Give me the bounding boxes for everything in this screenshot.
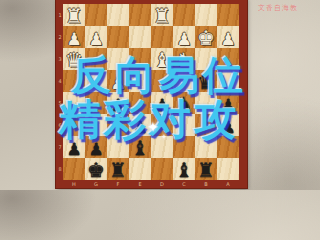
square-d8[interactable] <box>151 158 173 180</box>
file-label-e: e <box>129 181 151 187</box>
rank-label-1: 1 <box>57 12 63 18</box>
square-f8[interactable]: ♜ <box>107 158 129 180</box>
square-c2[interactable]: ♟ <box>173 26 195 48</box>
black-king[interactable]: ♚ <box>85 159 107 181</box>
white-pawn[interactable]: ♟ <box>85 27 107 49</box>
square-h1[interactable]: ♜ <box>63 4 85 26</box>
rank-label-8: 8 <box>57 166 63 172</box>
square-a1[interactable] <box>217 4 239 26</box>
square-c8[interactable]: ♝ <box>173 158 195 180</box>
square-g1[interactable] <box>85 4 107 26</box>
square-g8[interactable]: ♚ <box>85 158 107 180</box>
square-a2[interactable]: ♟ <box>217 26 239 48</box>
file-label-a: a <box>217 181 239 187</box>
black-rook[interactable]: ♜ <box>107 159 129 181</box>
white-rook[interactable]: ♜ <box>63 5 85 27</box>
file-label-b: b <box>195 181 217 187</box>
white-pawn[interactable]: ♟ <box>217 27 239 49</box>
square-b8[interactable]: ♜ <box>195 158 217 180</box>
file-label-d: d <box>151 181 173 187</box>
square-e2[interactable] <box>129 26 151 48</box>
square-b2[interactable]: ♚ <box>195 26 217 48</box>
watermark-text: 文香自海教 <box>258 3 298 13</box>
white-king[interactable]: ♚ <box>195 27 217 49</box>
sparkle-icon-small: ✦ <box>161 133 167 141</box>
file-label-c: c <box>173 181 195 187</box>
rank-label-2: 2 <box>57 34 63 40</box>
square-a8[interactable] <box>217 158 239 180</box>
rank-label-3: 3 <box>57 56 63 62</box>
square-d2[interactable] <box>151 26 173 48</box>
square-h8[interactable] <box>63 158 85 180</box>
white-pawn[interactable]: ♟ <box>63 27 85 49</box>
square-f1[interactable] <box>107 4 129 26</box>
file-labels: hgfedcba <box>63 180 239 187</box>
file-label-f: f <box>107 181 129 187</box>
sparkle-icon: ✦ <box>147 119 159 135</box>
square-f2[interactable] <box>107 26 129 48</box>
black-rook[interactable]: ♜ <box>195 159 217 181</box>
square-e1[interactable] <box>129 4 151 26</box>
file-label-g: g <box>85 181 107 187</box>
square-g2[interactable]: ♟ <box>85 26 107 48</box>
file-label-h: h <box>63 181 85 187</box>
rank-label-4: 4 <box>57 78 63 84</box>
square-e8[interactable] <box>129 158 151 180</box>
white-rook[interactable]: ♜ <box>151 5 173 27</box>
square-c1[interactable] <box>173 4 195 26</box>
square-h2[interactable]: ♟ <box>63 26 85 48</box>
square-d1[interactable]: ♜ <box>151 4 173 26</box>
white-pawn[interactable]: ♟ <box>173 27 195 49</box>
black-bishop[interactable]: ♝ <box>173 159 195 181</box>
square-b1[interactable] <box>195 4 217 26</box>
